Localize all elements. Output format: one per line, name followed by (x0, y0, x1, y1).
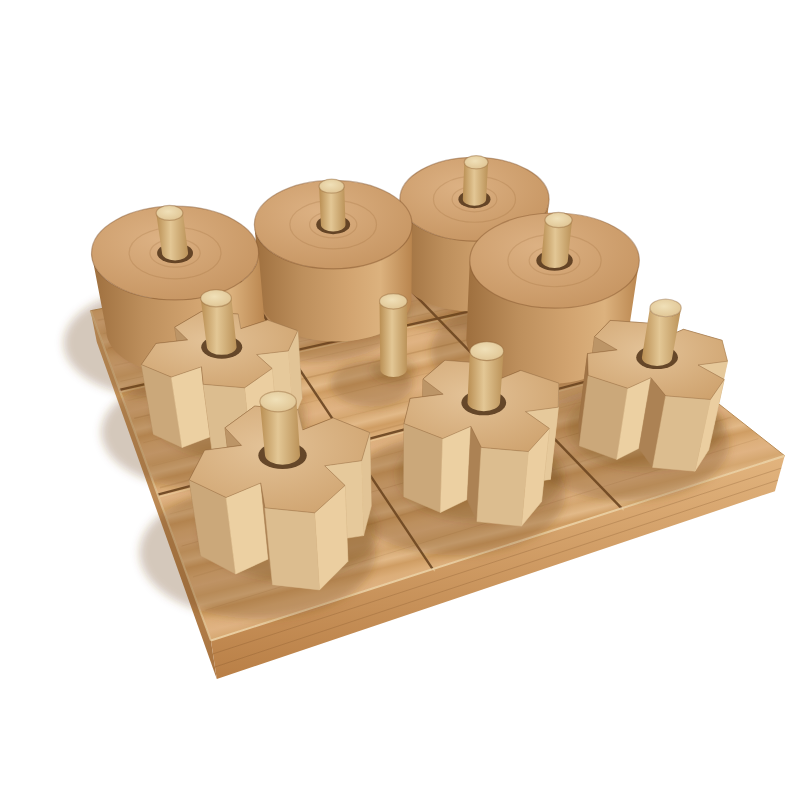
flower-side-face (265, 508, 320, 590)
cylinder-top (650, 299, 681, 317)
cylinder-top (201, 290, 232, 307)
cylinder-side (380, 301, 408, 377)
flower-side-face (440, 426, 471, 512)
wooden-tictactoe-board-photo (0, 0, 800, 800)
cylinder-top (260, 391, 296, 411)
cylinder-top (545, 212, 572, 227)
cylinder-top (319, 179, 344, 193)
cylinder-top (464, 156, 488, 169)
cylinder-top (156, 205, 183, 220)
flower-side-face (404, 424, 443, 513)
cylinder-top (470, 342, 504, 361)
flower-side-face (477, 447, 529, 526)
cylinder-top (380, 294, 408, 310)
product-photo-canvas (0, 0, 800, 800)
empty-cell-peg-r1c1[interactable] (380, 294, 408, 377)
